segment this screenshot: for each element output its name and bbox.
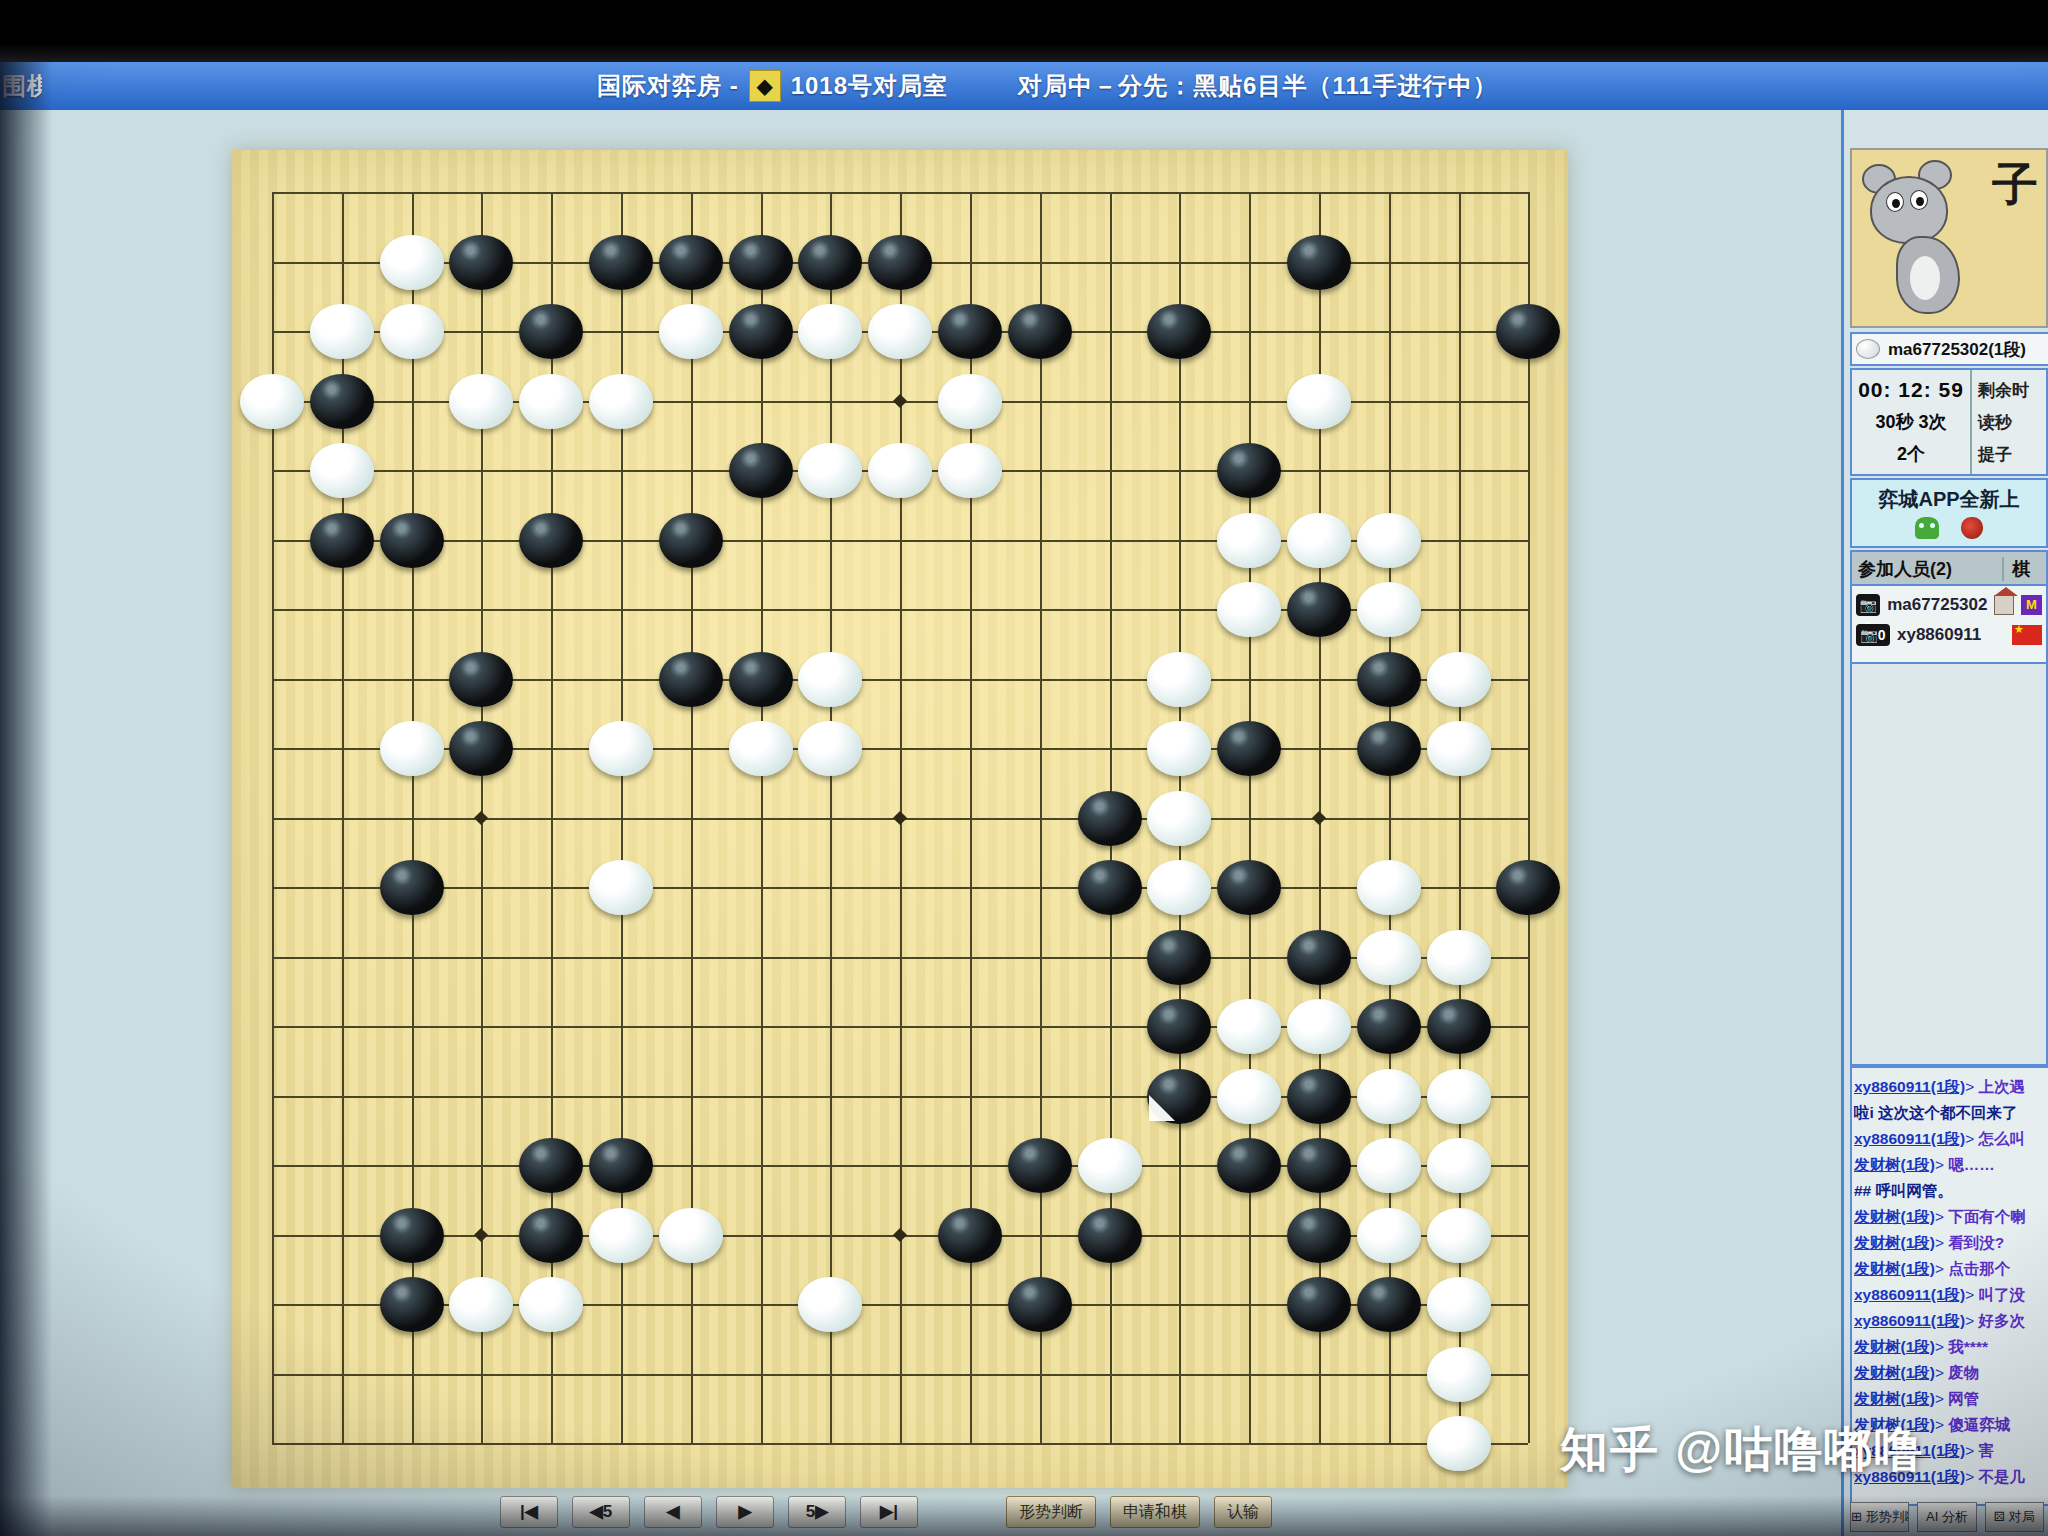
chat-username-link[interactable]: xy8860911(1段) <box>1854 1286 1965 1303</box>
clock-label: 提子 <box>1978 443 2046 466</box>
black-stone[interactable] <box>1147 930 1211 985</box>
black-stone[interactable] <box>1147 999 1211 1054</box>
black-stone[interactable] <box>1287 1277 1351 1332</box>
chat-message: xy8860911(1段)> 好多次 <box>1854 1308 2048 1334</box>
white-stone[interactable] <box>1427 1347 1491 1402</box>
room-name: 国际对弈房 - <box>597 70 739 102</box>
avatar-mouse-body <box>1896 236 1960 314</box>
black-stone[interactable] <box>868 235 932 290</box>
chat-username-link[interactable]: xy8860911(1段) <box>1854 1130 1965 1147</box>
chat-message: 发财树(1段)> 下面有个喇 <box>1854 1204 2048 1230</box>
chat-message: 发财树(1段)> 网管 <box>1854 1386 2048 1412</box>
white-stone[interactable] <box>1427 930 1491 985</box>
black-stone[interactable] <box>1008 1277 1072 1332</box>
sidebar: 子 ma67725302(1段) 00: 12: 59 30秒 3次 2个 剩余… <box>1841 110 2048 1536</box>
white-stone[interactable] <box>938 374 1002 429</box>
participants-list[interactable]: 📷9ma67725302M📷0xy8860911 <box>1850 584 2048 670</box>
room-icon: ◆ <box>749 70 781 102</box>
player-name-row: ma67725302(1段) <box>1850 332 2048 366</box>
avatar-hanzi: 子 <box>1992 154 2038 216</box>
black-stone[interactable] <box>1287 1138 1351 1193</box>
white-stone[interactable] <box>1427 1069 1491 1124</box>
black-stone[interactable] <box>1217 721 1281 776</box>
white-stone[interactable] <box>1357 1138 1421 1193</box>
clock-label: 剩余时 <box>1978 379 2046 402</box>
main-time: 00: 12: 59 <box>1852 378 1970 402</box>
white-stone[interactable] <box>1217 999 1281 1054</box>
black-stone[interactable] <box>589 1138 653 1193</box>
white-stone[interactable] <box>729 721 793 776</box>
watermark: 知乎 @咕噜嘟噜 <box>1560 1418 1924 1482</box>
banner-text: 弈城APP全新上 <box>1852 486 2046 513</box>
star-point <box>893 810 907 824</box>
participant-name: ma67725302 <box>1887 595 1987 615</box>
chat-message: 发财树(1段)> 我**** <box>1854 1334 2048 1360</box>
white-stone[interactable] <box>798 1277 862 1332</box>
black-stone[interactable] <box>1217 443 1281 498</box>
clock-labels: 剩余时读秒提子 <box>1972 370 2046 474</box>
white-stone[interactable] <box>589 860 653 915</box>
white-stone[interactable] <box>938 443 1002 498</box>
participants-count: 参加人员(2) <box>1852 557 2002 581</box>
black-stone[interactable] <box>449 721 513 776</box>
white-stone[interactable] <box>449 1277 513 1332</box>
white-stone[interactable] <box>1427 1277 1491 1332</box>
star-point <box>893 1227 907 1241</box>
white-stone[interactable] <box>310 304 374 359</box>
black-stone[interactable] <box>1287 582 1351 637</box>
black-stone[interactable] <box>1078 1208 1142 1263</box>
chat-message: 发财树(1段)> 废物 <box>1854 1360 2048 1386</box>
black-stone[interactable] <box>1357 1277 1421 1332</box>
white-stone[interactable] <box>519 374 583 429</box>
white-stone[interactable] <box>1287 374 1351 429</box>
grid-line <box>272 887 1528 889</box>
game-status: 对局中－分先：黑贴6目半（111手进行中） <box>1018 70 1498 102</box>
black-stone[interactable] <box>310 513 374 568</box>
china-flag-icon <box>2012 625 2042 645</box>
white-stone[interactable] <box>868 443 932 498</box>
grid-line <box>1249 192 1251 1443</box>
white-stone[interactable] <box>868 304 932 359</box>
black-stone[interactable] <box>1287 1208 1351 1263</box>
white-stone[interactable] <box>1147 652 1211 707</box>
white-stone[interactable] <box>310 443 374 498</box>
black-stone[interactable] <box>1287 1069 1351 1124</box>
white-stone[interactable] <box>1147 860 1211 915</box>
participant-name: xy8860911 <box>1897 625 2005 645</box>
white-stone[interactable] <box>589 721 653 776</box>
black-stone[interactable] <box>380 1277 444 1332</box>
avatar-mouse-head <box>1870 176 1948 244</box>
grid-line <box>1040 192 1042 1443</box>
white-stone[interactable] <box>1217 1069 1281 1124</box>
white-stone[interactable] <box>589 1208 653 1263</box>
star-point <box>474 1227 488 1241</box>
byoyomi: 30秒 3次 <box>1852 410 1970 434</box>
white-stone[interactable] <box>380 235 444 290</box>
chat-username-link[interactable]: xy8860911(1段) <box>1854 1312 1965 1329</box>
black-stone[interactable] <box>1078 860 1142 915</box>
white-stone[interactable] <box>1217 582 1281 637</box>
participant-row[interactable]: 📷0xy8860911 <box>1852 620 2046 650</box>
black-stone[interactable] <box>1008 1138 1072 1193</box>
chat-message: xy8860911(1段)> 怎么叫 <box>1854 1126 2048 1152</box>
screen-photo: 围棋 国际对弈房 - ◆ 1018号对局室 对局中－分先：黑贴6目半（111手进… <box>0 0 2048 1536</box>
black-stone[interactable] <box>449 652 513 707</box>
white-stone[interactable] <box>798 443 862 498</box>
black-stone[interactable] <box>1357 721 1421 776</box>
black-stone[interactable] <box>310 374 374 429</box>
white-stone[interactable] <box>1357 1208 1421 1263</box>
participants-empty-area <box>1850 662 2048 1066</box>
white-stone[interactable] <box>1357 1069 1421 1124</box>
white-stone[interactable] <box>798 652 862 707</box>
chat-username-link[interactable]: 发财树(1段) <box>1854 1260 1935 1277</box>
white-stone[interactable] <box>1427 1416 1491 1471</box>
white-stone[interactable] <box>589 374 653 429</box>
last-move-marker <box>1149 1095 1175 1121</box>
black-stone[interactable] <box>1287 930 1351 985</box>
white-stone[interactable] <box>659 1208 723 1263</box>
grid-line <box>1528 192 1530 1443</box>
black-stone[interactable] <box>1287 235 1351 290</box>
white-stone[interactable] <box>1217 513 1281 568</box>
chat-message: xy8860911(1段)> 叫了没 <box>1854 1282 2048 1308</box>
black-stone[interactable] <box>1008 304 1072 359</box>
room-title: 国际对弈房 - ◆ 1018号对局室 对局中－分先：黑贴6目半（111手进行中） <box>597 70 1498 102</box>
white-stone-icon <box>1856 339 1880 359</box>
black-stone[interactable] <box>519 1208 583 1263</box>
photo-shadow <box>0 1496 2048 1536</box>
black-stone[interactable] <box>380 513 444 568</box>
chat-message: 发财树(1段)> 点击那个 <box>1854 1256 2048 1282</box>
white-stone[interactable] <box>1078 1138 1142 1193</box>
app-banner[interactable]: 弈城APP全新上 <box>1850 478 2048 548</box>
white-stone[interactable] <box>380 304 444 359</box>
white-stone[interactable] <box>1287 999 1351 1054</box>
white-stone[interactable] <box>1357 930 1421 985</box>
star-point <box>893 393 907 407</box>
black-stone[interactable] <box>798 235 862 290</box>
grid-line <box>272 1374 1528 1376</box>
black-stone[interactable] <box>938 1208 1002 1263</box>
black-stone[interactable] <box>1078 791 1142 846</box>
participants-col2: 棋 <box>2002 557 2046 581</box>
rank-badge-icon: 📷9 <box>1856 594 1880 616</box>
white-stone[interactable] <box>1427 652 1491 707</box>
room-number: 1018号对局室 <box>791 70 948 102</box>
black-stone[interactable] <box>938 304 1002 359</box>
chat-username-link[interactable]: 发财树(1段) <box>1854 1338 1935 1355</box>
house-icon <box>1994 595 2013 615</box>
participant-row[interactable]: 📷9ma67725302M <box>1852 590 2046 620</box>
chat-username-link[interactable]: 发财树(1段) <box>1854 1390 1935 1407</box>
black-stone[interactable] <box>519 304 583 359</box>
black-stone[interactable] <box>519 1138 583 1193</box>
black-stone[interactable] <box>1217 1138 1281 1193</box>
black-stone[interactable] <box>659 235 723 290</box>
black-stone[interactable] <box>1217 860 1281 915</box>
chat-username-link[interactable]: 发财树(1段) <box>1854 1364 1935 1381</box>
chat-message: 发财树(1段)> 嗯…… <box>1854 1152 2048 1178</box>
grid-line <box>272 1443 1528 1445</box>
player-name: ma67725302(1段) <box>1888 338 2026 361</box>
black-stone[interactable] <box>519 513 583 568</box>
black-stone[interactable] <box>380 1208 444 1263</box>
chat-message: ## 呼叫网管。 <box>1854 1178 2048 1204</box>
android-icon <box>1915 517 1939 539</box>
white-stone[interactable] <box>1147 791 1211 846</box>
rank-badge-icon: 📷0 <box>1856 624 1890 646</box>
chat-message: 发财树(1段)> 看到没? <box>1854 1230 2048 1256</box>
participants-header: 参加人员(2) 棋 <box>1850 550 2048 588</box>
white-stone[interactable] <box>1357 513 1421 568</box>
black-stone[interactable] <box>659 652 723 707</box>
white-stone[interactable] <box>519 1277 583 1332</box>
black-stone[interactable] <box>589 235 653 290</box>
photo-shadow <box>0 0 52 1536</box>
white-stone[interactable] <box>1357 582 1421 637</box>
white-stone[interactable] <box>1427 1138 1491 1193</box>
black-stone[interactable] <box>659 513 723 568</box>
chat-username-link[interactable]: 发财树(1段) <box>1854 1156 1935 1173</box>
white-stone[interactable] <box>798 304 862 359</box>
chat-message: xy8860911(1段)> 上次遇 <box>1854 1074 2048 1100</box>
star-point <box>474 810 488 824</box>
white-stone[interactable] <box>1357 860 1421 915</box>
chat-message: 啦i 这次这个都不回来了 <box>1854 1100 2048 1126</box>
black-stone[interactable] <box>1496 304 1560 359</box>
black-stone[interactable] <box>1496 860 1560 915</box>
player-avatar: 子 <box>1850 148 2048 328</box>
black-stone[interactable] <box>729 304 793 359</box>
chat-username-link[interactable]: 发财树(1段) <box>1854 1234 1935 1251</box>
monitor-bezel <box>0 0 2048 62</box>
go-board[interactable] <box>232 150 1568 1488</box>
chat-username-link[interactable]: 发财树(1段) <box>1854 1208 1935 1225</box>
captures-count: 2个 <box>1852 442 1970 466</box>
white-stone[interactable] <box>449 374 513 429</box>
apple-icon <box>1961 517 1983 539</box>
black-stone[interactable] <box>380 860 444 915</box>
white-stone[interactable] <box>1147 721 1211 776</box>
flag-icon: M <box>2021 595 2042 615</box>
window-title-bar: 围棋 国际对弈房 - ◆ 1018号对局室 对局中－分先：黑贴6目半（111手进… <box>0 62 2048 110</box>
black-stone[interactable] <box>729 443 793 498</box>
white-stone[interactable] <box>380 721 444 776</box>
black-stone[interactable] <box>1357 999 1421 1054</box>
white-stone[interactable] <box>659 304 723 359</box>
clock-label: 读秒 <box>1978 411 2046 434</box>
clock-panel: 00: 12: 59 30秒 3次 2个 剩余时读秒提子 <box>1850 368 2048 476</box>
chat-username-link[interactable]: xy8860911(1段) <box>1854 1078 1965 1095</box>
black-stone[interactable] <box>729 235 793 290</box>
star-point <box>1312 810 1326 824</box>
black-stone[interactable] <box>1427 999 1491 1054</box>
white-stone[interactable] <box>240 374 304 429</box>
black-stone[interactable] <box>729 652 793 707</box>
white-stone[interactable] <box>798 721 862 776</box>
white-stone[interactable] <box>1427 1208 1491 1263</box>
black-stone[interactable] <box>449 235 513 290</box>
white-stone[interactable] <box>1287 513 1351 568</box>
black-stone[interactable] <box>1147 304 1211 359</box>
black-stone[interactable] <box>1357 652 1421 707</box>
white-stone[interactable] <box>1427 721 1491 776</box>
